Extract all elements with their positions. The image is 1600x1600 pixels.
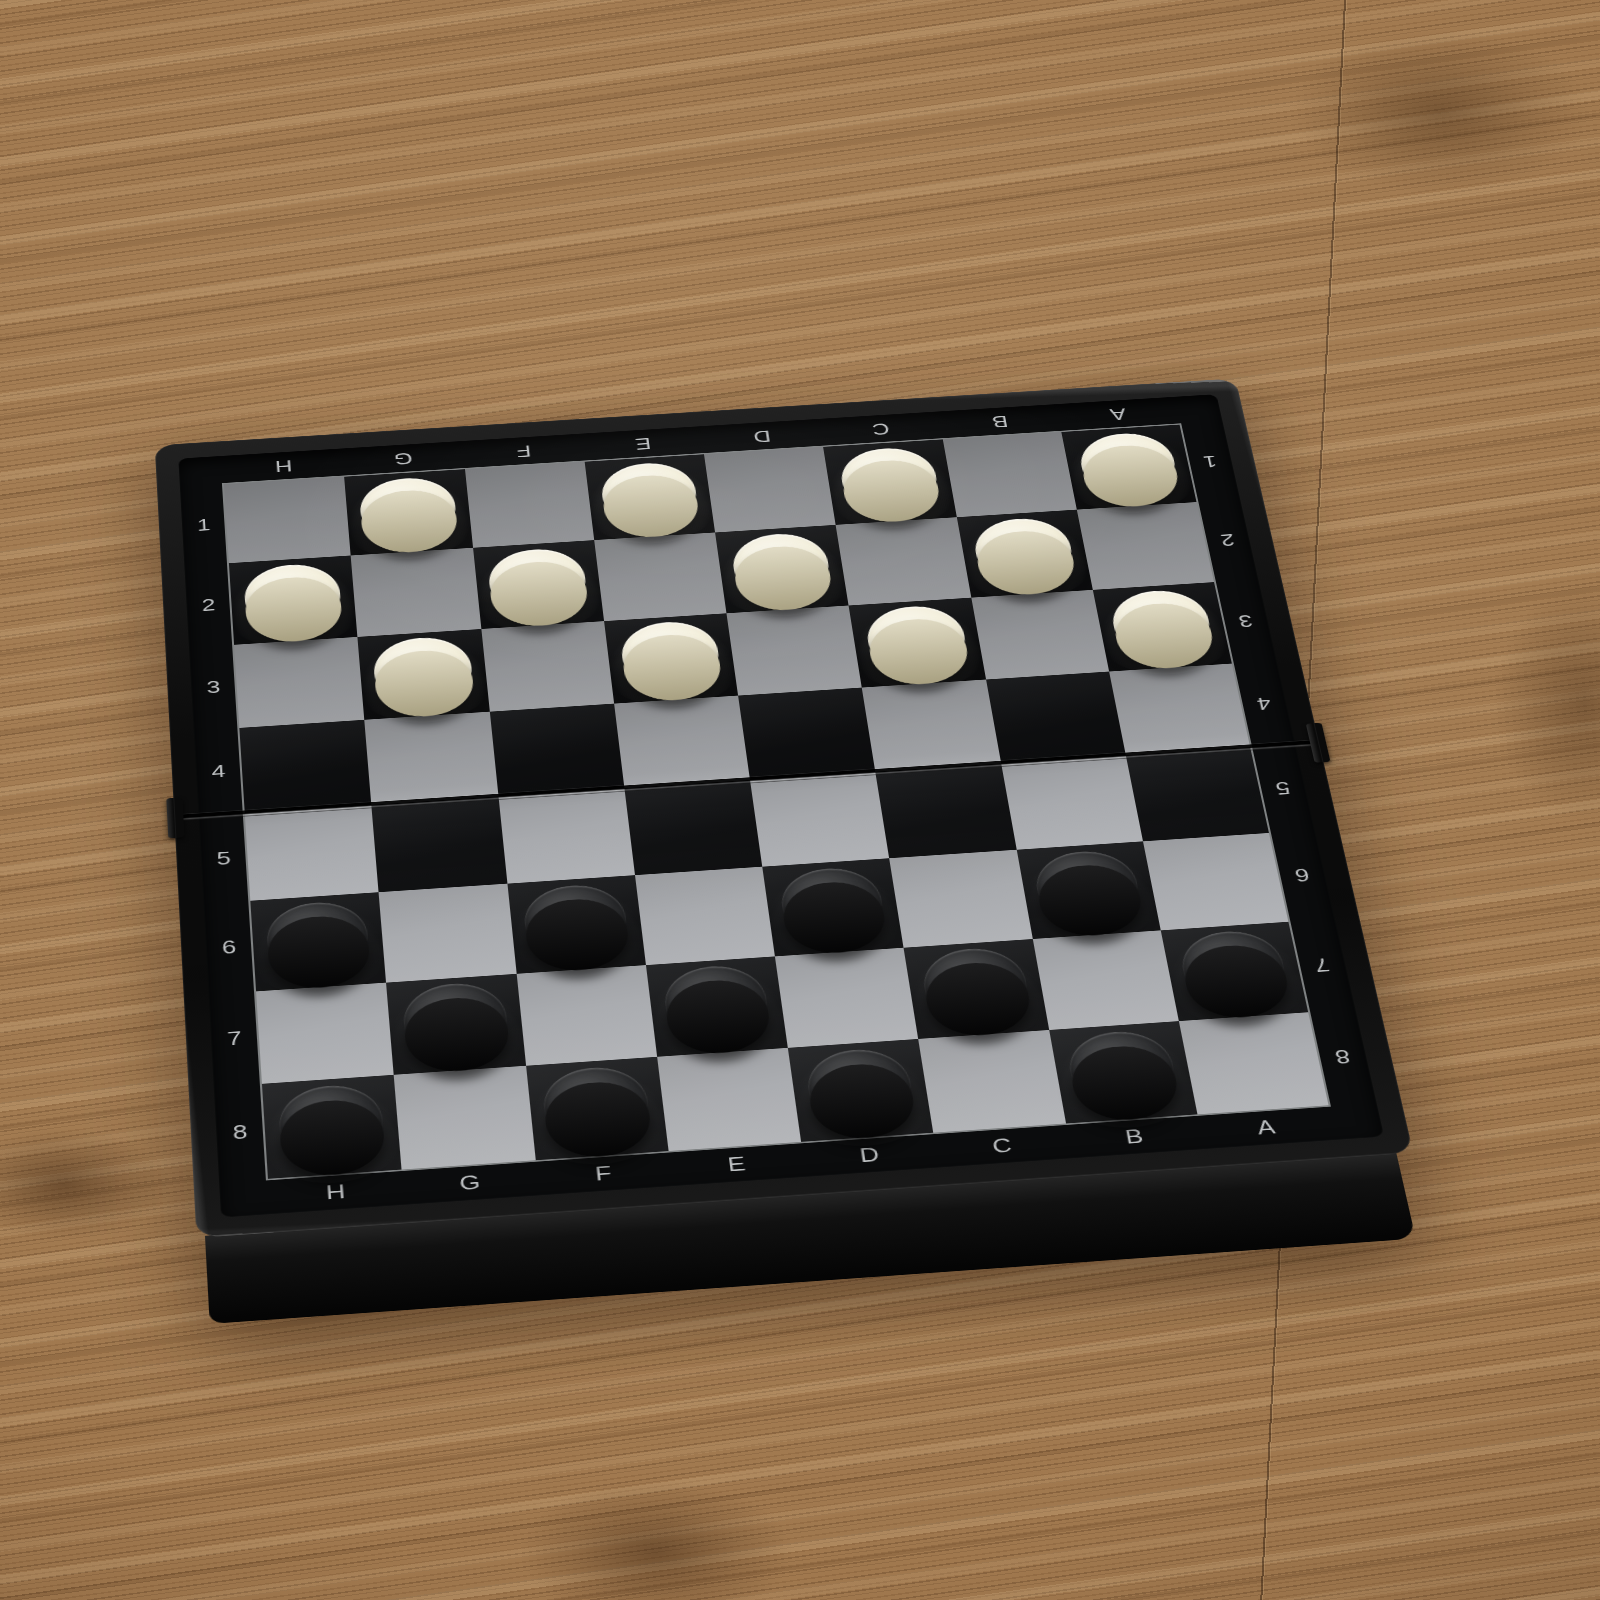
square-e3[interactable]: ⛀: [604, 613, 738, 703]
square-a5[interactable]: [1126, 747, 1269, 841]
checker-black[interactable]: ⛂: [803, 1046, 917, 1126]
checker-black[interactable]: ⛂: [1064, 1028, 1180, 1108]
square-e5[interactable]: [624, 780, 762, 875]
square-a3[interactable]: ⛀: [1093, 582, 1232, 672]
square-h6[interactable]: ⛂: [250, 892, 386, 991]
checker-white[interactable]: ⛀: [971, 516, 1077, 584]
square-c1[interactable]: ⛀: [823, 439, 956, 525]
checker-white[interactable]: ⛀: [372, 635, 475, 706]
square-e1[interactable]: ⛀: [584, 454, 715, 540]
square-h2[interactable]: ⛀: [229, 556, 358, 645]
square-g8[interactable]: [394, 1066, 535, 1170]
checker-black[interactable]: ⛂: [277, 1082, 386, 1163]
hinge-left: [166, 797, 184, 838]
rank-label-5: 5: [198, 813, 250, 904]
checker-black[interactable]: ⛂: [541, 1064, 652, 1145]
checker-black[interactable]: ⛂: [919, 946, 1032, 1024]
square-b2[interactable]: ⛀: [956, 510, 1092, 598]
square-a7[interactable]: ⛂: [1160, 921, 1308, 1021]
square-g5[interactable]: [372, 797, 507, 893]
square-f8[interactable]: ⛂: [526, 1057, 669, 1161]
square-d4[interactable]: [738, 687, 875, 780]
square-d8[interactable]: ⛂: [788, 1039, 934, 1142]
square-a4[interactable]: [1109, 663, 1250, 755]
square-h4[interactable]: [239, 720, 371, 814]
checker-white[interactable]: ⛀: [487, 547, 589, 616]
checker-black[interactable]: ⛂: [522, 882, 630, 958]
square-a1[interactable]: ⛀: [1061, 425, 1196, 510]
square-h3[interactable]: [234, 637, 364, 728]
square-c4[interactable]: [862, 679, 1001, 771]
square-c7[interactable]: ⛂: [904, 939, 1049, 1039]
hinge-right: [1306, 723, 1331, 763]
square-c5[interactable]: [876, 764, 1017, 859]
checker-white[interactable]: ⛀: [729, 531, 833, 600]
square-b8[interactable]: ⛂: [1049, 1021, 1198, 1124]
checker-white[interactable]: ⛀: [598, 461, 700, 528]
board-frame: HGFEDCBA HGFEDCBA 12345678 12345678 ⛀⛀⛀⛀…: [155, 378, 1414, 1238]
checker-black[interactable]: ⛂: [401, 981, 510, 1060]
checker-black[interactable]: ⛂: [265, 900, 371, 977]
square-b4[interactable]: [986, 671, 1126, 763]
square-b6[interactable]: ⛂: [1016, 842, 1160, 939]
rank-label-7: 7: [209, 991, 262, 1087]
rank-label-4: 4: [194, 728, 245, 816]
square-c3[interactable]: ⛀: [849, 597, 986, 687]
checker-white[interactable]: ⛀: [618, 620, 723, 690]
square-g1[interactable]: ⛀: [344, 469, 472, 555]
square-d6[interactable]: ⛂: [762, 858, 903, 956]
checker-white[interactable]: ⛀: [1107, 588, 1216, 658]
checker-white[interactable]: ⛀: [863, 604, 970, 674]
square-f4[interactable]: [489, 703, 624, 796]
checkers-board: HGFEDCBA HGFEDCBA 12345678 12345678 ⛀⛀⛀⛀…: [155, 378, 1414, 1238]
checker-white[interactable]: ⛀: [1075, 431, 1181, 497]
checker-white[interactable]: ⛀: [358, 475, 458, 542]
square-g4[interactable]: [364, 712, 498, 805]
checker-black[interactable]: ⛂: [777, 865, 887, 941]
square-g3[interactable]: ⛀: [358, 629, 490, 720]
square-e4[interactable]: [614, 695, 750, 788]
checker-black[interactable]: ⛂: [1031, 849, 1143, 925]
square-e7[interactable]: ⛂: [646, 956, 788, 1057]
rank-label-3: 3: [189, 644, 239, 730]
checker-black[interactable]: ⛂: [661, 963, 772, 1041]
square-g7[interactable]: ⛂: [386, 973, 525, 1074]
checker-white[interactable]: ⛀: [837, 446, 941, 513]
square-d2[interactable]: ⛀: [715, 525, 849, 613]
checker-black[interactable]: ⛂: [1176, 929, 1291, 1007]
square-f2[interactable]: ⛀: [473, 540, 604, 628]
square-f6[interactable]: ⛂: [507, 875, 646, 973]
square-h8[interactable]: ⛂: [262, 1075, 402, 1179]
rank-label-1: 1: [180, 484, 229, 566]
checker-white[interactable]: ⛀: [243, 562, 343, 631]
